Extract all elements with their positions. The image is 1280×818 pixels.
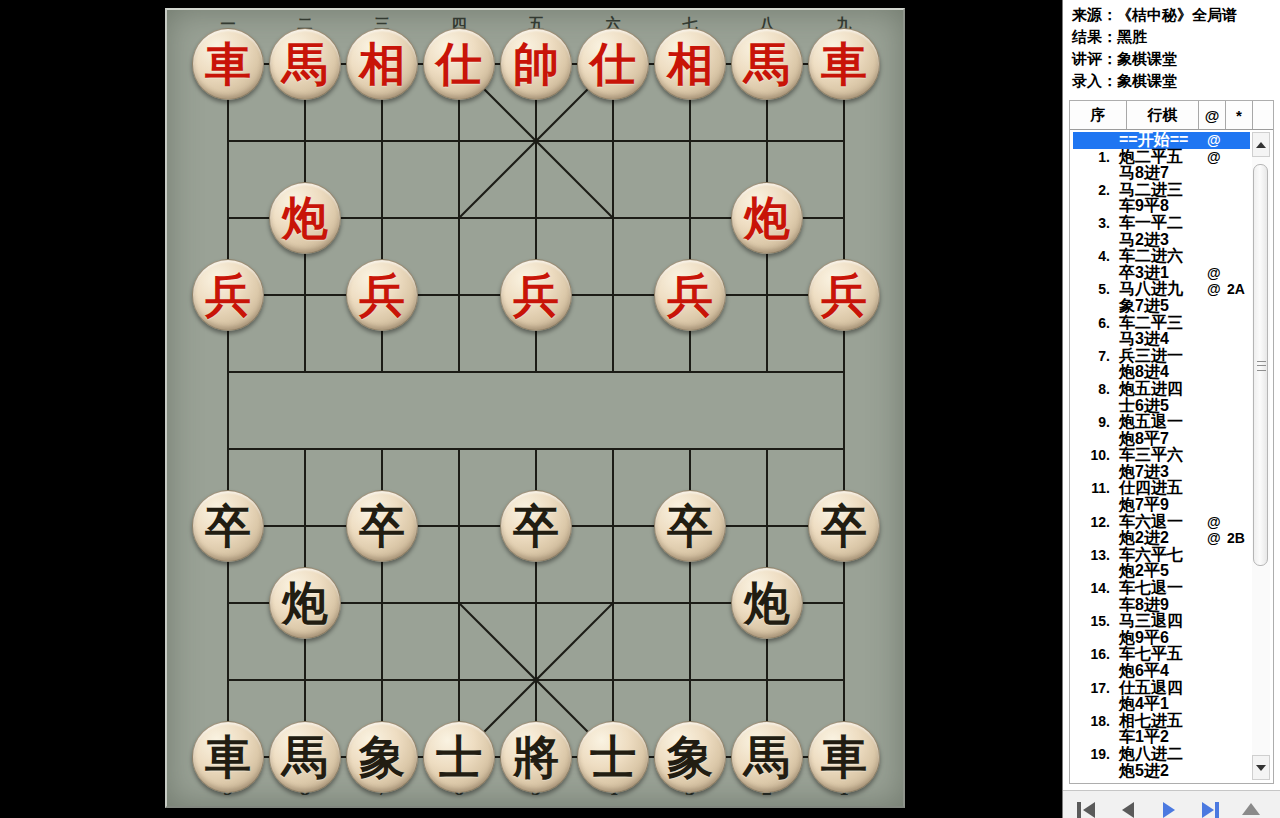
piece-red-相[interactable]: 相 <box>346 28 418 100</box>
move-number <box>1073 298 1119 315</box>
move-text: 炮2进2 <box>1119 530 1207 547</box>
move-variation-tag <box>1227 182 1250 199</box>
info-recorder: 录入：象棋课堂 <box>1072 70 1277 92</box>
move-variation-tag <box>1227 663 1250 680</box>
move-text: ==开始== <box>1119 132 1207 149</box>
piece-glyph: 炮 <box>744 580 790 626</box>
move-number: 12. <box>1073 514 1119 531</box>
piece-glyph: 象 <box>667 734 713 780</box>
move-variation-tag <box>1227 580 1250 597</box>
move-number: 16. <box>1073 646 1119 663</box>
move-row[interactable]: 10.车三平六 <box>1073 447 1250 464</box>
move-row[interactable]: 17.仕五退四 <box>1073 680 1250 697</box>
move-annotation-mark <box>1207 398 1227 415</box>
move-text: 车六退一 <box>1119 514 1207 531</box>
move-variation-tag <box>1227 729 1250 746</box>
move-annotation-mark <box>1207 364 1227 381</box>
move-number <box>1073 663 1119 680</box>
info-source: 来源：《桔中秘》全局谱 <box>1072 4 1277 26</box>
move-number: 15. <box>1073 613 1119 630</box>
move-annotation-mark <box>1207 563 1227 580</box>
piece-glyph: 炮 <box>282 195 328 241</box>
move-row[interactable]: 马2进3 <box>1073 232 1250 249</box>
nav-last-button[interactable] <box>1198 799 1222 818</box>
move-row[interactable]: 车9平8 <box>1073 198 1250 215</box>
piece-glyph: 炮 <box>744 195 790 241</box>
move-annotation-mark: @ <box>1207 265 1227 282</box>
move-row[interactable]: 炮7平9 <box>1073 497 1250 514</box>
move-text: 车七退一 <box>1119 580 1207 597</box>
move-row[interactable]: 炮7进3 <box>1073 464 1250 481</box>
move-row[interactable]: 18.相七进五 <box>1073 713 1250 730</box>
move-variation-tag <box>1227 464 1250 481</box>
move-variation-tag <box>1227 447 1250 464</box>
piece-glyph: 仕 <box>590 41 636 87</box>
move-variation-tag <box>1227 630 1250 647</box>
piece-red-兵[interactable]: 兵 <box>654 259 726 331</box>
move-variation-tag <box>1227 713 1250 730</box>
move-variation-tag <box>1227 763 1250 780</box>
move-annotation-mark <box>1207 198 1227 215</box>
move-annotation-mark <box>1207 348 1227 365</box>
move-annotation-mark <box>1207 497 1227 514</box>
piece-glyph: 車 <box>821 41 867 87</box>
move-number: 5. <box>1073 281 1119 298</box>
move-annotation-mark <box>1207 447 1227 464</box>
move-annotation-mark <box>1207 729 1227 746</box>
move-row[interactable]: 炮2平5 <box>1073 563 1250 580</box>
move-text: 炮8平7 <box>1119 431 1207 448</box>
move-number <box>1073 464 1119 481</box>
move-text: 马二进三 <box>1119 182 1207 199</box>
move-variation-tag <box>1227 480 1250 497</box>
move-row[interactable]: 马3进4 <box>1073 331 1250 348</box>
move-text: 象7进5 <box>1119 298 1207 315</box>
move-variation-tag <box>1227 563 1250 580</box>
scroll-down-button[interactable] <box>1252 755 1270 780</box>
move-annotation-mark <box>1207 597 1227 614</box>
piece-glyph: 帥 <box>513 41 559 87</box>
piece-black-將[interactable]: 將 <box>500 721 572 793</box>
move-row[interactable]: 5.马八进九@2A <box>1073 281 1250 298</box>
move-text: 炮6平4 <box>1119 663 1207 680</box>
move-row[interactable]: 15.马三退四 <box>1073 613 1250 630</box>
move-number <box>1073 265 1119 282</box>
move-list-header: 序 行棋 @ * <box>1070 101 1273 130</box>
piece-black-炮[interactable]: 炮 <box>731 567 803 639</box>
step-forward-icon <box>1157 799 1181 818</box>
piece-glyph: 車 <box>205 41 251 87</box>
move-row[interactable]: 4.车二进六 <box>1073 248 1250 265</box>
piece-black-象[interactable]: 象 <box>654 721 726 793</box>
move-number: 14. <box>1073 580 1119 597</box>
move-text: 仕五退四 <box>1119 680 1207 697</box>
piece-glyph: 馬 <box>744 41 790 87</box>
move-annotation-mark <box>1207 232 1227 249</box>
move-number: 11. <box>1073 480 1119 497</box>
move-row[interactable]: 19.炮八进二 <box>1073 746 1250 763</box>
piece-glyph: 將 <box>513 734 559 780</box>
move-variation-tag <box>1227 232 1250 249</box>
move-annotation-mark <box>1207 646 1227 663</box>
move-variation-tag <box>1227 497 1250 514</box>
piece-red-車[interactable]: 車 <box>192 28 264 100</box>
move-number <box>1073 563 1119 580</box>
piece-black-象[interactable]: 象 <box>346 721 418 793</box>
piece-black-馬[interactable]: 馬 <box>269 721 341 793</box>
piece-black-士[interactable]: 士 <box>423 721 495 793</box>
move-number <box>1073 530 1119 547</box>
move-number <box>1073 597 1119 614</box>
move-row[interactable]: 炮9平6 <box>1073 630 1250 647</box>
move-number <box>1073 696 1119 713</box>
game-info: 来源：《桔中秘》全局谱 结果：黑胜 讲评：象棋课堂 录入：象棋课堂 <box>1072 4 1277 92</box>
move-variation-tag <box>1227 646 1250 663</box>
move-variation-tag <box>1227 514 1250 531</box>
move-annotation-mark <box>1207 613 1227 630</box>
move-variation-tag <box>1227 613 1250 630</box>
move-number <box>1073 763 1119 780</box>
move-variation-tag <box>1227 364 1250 381</box>
move-text: 炮7进3 <box>1119 464 1207 481</box>
move-variation-tag <box>1227 680 1250 697</box>
move-number <box>1073 331 1119 348</box>
move-row[interactable]: 16.车七平五 <box>1073 646 1250 663</box>
move-annotation-mark <box>1207 663 1227 680</box>
piece-glyph: 兵 <box>667 272 713 318</box>
up-arrow-icon <box>1239 799 1263 818</box>
move-number <box>1073 398 1119 415</box>
piece-red-仕[interactable]: 仕 <box>423 28 495 100</box>
move-text: 车二进六 <box>1119 248 1207 265</box>
move-number: 19. <box>1073 746 1119 763</box>
move-list: ==开始==@1.炮二平五@马8进72.马二进三车9平83.车一平二马2进34.… <box>1073 132 1250 780</box>
move-row[interactable]: 2.马二进三 <box>1073 182 1250 199</box>
piece-glyph: 炮 <box>282 580 328 626</box>
playback-toolbar <box>1063 790 1280 818</box>
piece-red-馬[interactable]: 馬 <box>269 28 341 100</box>
move-number <box>1073 497 1119 514</box>
move-number: 8. <box>1073 381 1119 398</box>
move-variation-tag <box>1227 149 1250 166</box>
move-number <box>1073 132 1119 149</box>
move-row[interactable]: 3.车一平二 <box>1073 215 1250 232</box>
move-variation-tag <box>1227 547 1250 564</box>
move-variation-tag <box>1227 398 1250 415</box>
piece-glyph: 卒 <box>513 503 559 549</box>
move-text: 炮9平6 <box>1119 630 1207 647</box>
move-text: 车二平三 <box>1119 315 1207 332</box>
move-number <box>1073 431 1119 448</box>
move-text: 炮五退一 <box>1119 414 1207 431</box>
move-list-scrollbar[interactable] <box>1252 132 1270 780</box>
move-annotation-mark <box>1207 696 1227 713</box>
piece-glyph: 馬 <box>282 734 328 780</box>
move-text: 炮八进二 <box>1119 746 1207 763</box>
piece-red-兵[interactable]: 兵 <box>500 259 572 331</box>
skip-to-end-icon <box>1198 799 1222 818</box>
move-annotation-mark: @ <box>1207 149 1227 166</box>
piece-red-仕[interactable]: 仕 <box>577 28 649 100</box>
move-row[interactable]: 炮5进2 <box>1073 763 1250 780</box>
move-number <box>1073 630 1119 647</box>
move-row[interactable]: 7.兵三进一 <box>1073 348 1250 365</box>
piece-glyph: 兵 <box>359 272 405 318</box>
move-row[interactable]: 12.车六退一@ <box>1073 514 1250 531</box>
piece-red-兵[interactable]: 兵 <box>808 259 880 331</box>
move-annotation-mark <box>1207 547 1227 564</box>
move-row[interactable]: 车8进9 <box>1073 597 1250 614</box>
board-grid-lines <box>167 10 903 806</box>
move-annotation-mark <box>1207 580 1227 597</box>
move-variation-tag <box>1227 597 1250 614</box>
piece-glyph: 仕 <box>436 41 482 87</box>
move-row[interactable]: 炮8进4 <box>1073 364 1250 381</box>
header-col-spacer <box>1253 101 1273 129</box>
piece-black-卒[interactable]: 卒 <box>192 490 264 562</box>
move-annotation-mark <box>1207 464 1227 481</box>
move-annotation-mark <box>1207 182 1227 199</box>
move-annotation-mark <box>1207 630 1227 647</box>
move-number: 13. <box>1073 547 1119 564</box>
scroll-down-icon <box>1256 765 1266 771</box>
move-text: 卒3进1 <box>1119 265 1207 282</box>
piece-glyph: 象 <box>359 734 405 780</box>
move-annotation-mark <box>1207 680 1227 697</box>
move-row[interactable]: 炮8平7 <box>1073 431 1250 448</box>
move-annotation-mark <box>1207 414 1227 431</box>
move-annotation-mark <box>1207 746 1227 763</box>
piece-red-炮[interactable]: 炮 <box>269 182 341 254</box>
move-text: 炮7平9 <box>1119 497 1207 514</box>
move-annotation-mark <box>1207 248 1227 265</box>
move-row[interactable]: 炮2进2@2B <box>1073 530 1250 547</box>
move-variation-tag <box>1227 198 1250 215</box>
nav-prev-button[interactable] <box>1116 799 1140 818</box>
move-text: 马2进3 <box>1119 232 1207 249</box>
move-variation-tag <box>1227 248 1250 265</box>
move-number: 1. <box>1073 149 1119 166</box>
move-text: 车七平五 <box>1119 646 1207 663</box>
move-variation-tag: 2A <box>1227 281 1250 298</box>
skip-to-start-icon <box>1075 799 1099 818</box>
piece-glyph: 相 <box>359 41 405 87</box>
piece-glyph: 車 <box>205 734 251 780</box>
move-number <box>1073 729 1119 746</box>
move-variation-tag <box>1227 265 1250 282</box>
move-list-group: 序 行棋 @ * ==开始==@1.炮二平五@马8进72.马二进三车9平83.车… <box>1069 100 1274 784</box>
move-variation-tag <box>1227 165 1250 182</box>
move-number: 18. <box>1073 713 1119 730</box>
piece-red-兵[interactable]: 兵 <box>192 259 264 331</box>
piece-black-車[interactable]: 車 <box>192 721 264 793</box>
scroll-up-button[interactable] <box>1252 132 1270 157</box>
piece-glyph: 兵 <box>513 272 559 318</box>
piece-glyph: 車 <box>821 734 867 780</box>
piece-red-馬[interactable]: 馬 <box>731 28 803 100</box>
xiangqi-board: 一二三四五六七八九 987654321 車馬相仕帥仕相馬車炮炮兵兵兵兵兵卒卒卒卒… <box>165 8 905 808</box>
move-text: 马八进九 <box>1119 281 1207 298</box>
move-number <box>1073 364 1119 381</box>
move-row[interactable]: 象7进5 <box>1073 298 1250 315</box>
move-annotation-mark <box>1207 713 1227 730</box>
move-variation-tag <box>1227 381 1250 398</box>
move-text: 炮2平5 <box>1119 563 1207 580</box>
move-annotation-mark <box>1207 298 1227 315</box>
move-annotation-mark <box>1207 215 1227 232</box>
scrollbar-grip-icon <box>1257 361 1266 371</box>
piece-black-士[interactable]: 士 <box>577 721 649 793</box>
piece-black-炮[interactable]: 炮 <box>269 567 341 639</box>
move-annotation-mark <box>1207 763 1227 780</box>
move-row[interactable]: 14.车七退一 <box>1073 580 1250 597</box>
piece-glyph: 馬 <box>282 41 328 87</box>
move-number: 9. <box>1073 414 1119 431</box>
step-back-icon <box>1116 799 1140 818</box>
move-text: 马三退四 <box>1119 613 1207 630</box>
move-annotation-mark <box>1207 165 1227 182</box>
move-row[interactable]: 6.车二平三 <box>1073 315 1250 332</box>
nav-up-button[interactable] <box>1239 799 1263 818</box>
move-annotation-mark <box>1207 431 1227 448</box>
move-variation-tag <box>1227 746 1250 763</box>
piece-black-卒[interactable]: 卒 <box>500 490 572 562</box>
move-row[interactable]: 卒3进1@ <box>1073 265 1250 282</box>
move-number: 17. <box>1073 680 1119 697</box>
move-text: 士6进5 <box>1119 398 1207 415</box>
move-variation-tag <box>1227 315 1250 332</box>
move-text: 马3进4 <box>1119 331 1207 348</box>
move-row[interactable]: 1.炮二平五@ <box>1073 149 1250 166</box>
move-variation-tag <box>1227 414 1250 431</box>
move-row[interactable]: 9.炮五退一 <box>1073 414 1250 431</box>
move-text: 车1平2 <box>1119 729 1207 746</box>
move-annotation-mark: @ <box>1207 530 1227 547</box>
move-annotation-mark <box>1207 381 1227 398</box>
piece-red-兵[interactable]: 兵 <box>346 259 418 331</box>
move-variation-tag: 2B <box>1227 530 1250 547</box>
move-annotation-mark <box>1207 315 1227 332</box>
move-number <box>1073 165 1119 182</box>
move-row[interactable]: ==开始==@ <box>1073 132 1250 149</box>
move-row[interactable]: 13.车六平七 <box>1073 547 1250 564</box>
move-text: 车三平六 <box>1119 447 1207 464</box>
piece-black-馬[interactable]: 馬 <box>731 721 803 793</box>
piece-glyph: 卒 <box>205 503 251 549</box>
move-number: 7. <box>1073 348 1119 365</box>
piece-glyph: 卒 <box>359 503 405 549</box>
move-text: 车一平二 <box>1119 215 1207 232</box>
move-variation-tag <box>1227 696 1250 713</box>
info-commentary: 讲评：象棋课堂 <box>1072 48 1277 70</box>
game-record-panel: 来源：《桔中秘》全局谱 结果：黑胜 讲评：象棋课堂 录入：象棋课堂 序 行棋 @… <box>1062 0 1280 818</box>
move-number: 2. <box>1073 182 1119 199</box>
piece-glyph: 卒 <box>667 503 713 549</box>
piece-glyph: 馬 <box>744 734 790 780</box>
move-row[interactable]: 8.炮五进四 <box>1073 381 1250 398</box>
piece-glyph: 兵 <box>821 272 867 318</box>
piece-glyph: 士 <box>590 734 636 780</box>
header-col-star[interactable]: * <box>1226 101 1253 129</box>
move-annotation-mark <box>1207 480 1227 497</box>
piece-glyph: 士 <box>436 734 482 780</box>
piece-red-帥[interactable]: 帥 <box>500 28 572 100</box>
move-text: 仕四进五 <box>1119 480 1207 497</box>
move-number: 10. <box>1073 447 1119 464</box>
header-col-at[interactable]: @ <box>1199 101 1226 129</box>
move-row[interactable]: 马8进7 <box>1073 165 1250 182</box>
move-number: 6. <box>1073 315 1119 332</box>
move-annotation-mark: @ <box>1207 132 1227 149</box>
move-text: 车六平七 <box>1119 547 1207 564</box>
move-text: 兵三进一 <box>1119 348 1207 365</box>
piece-glyph: 兵 <box>205 272 251 318</box>
move-text: 炮5进2 <box>1119 763 1207 780</box>
move-variation-tag <box>1227 431 1250 448</box>
move-text: 炮4平1 <box>1119 696 1207 713</box>
move-annotation-mark: @ <box>1207 514 1227 531</box>
piece-red-炮[interactable]: 炮 <box>731 182 803 254</box>
move-text: 车8进9 <box>1119 597 1207 614</box>
move-row[interactable]: 车1平2 <box>1073 729 1250 746</box>
move-number: 3. <box>1073 215 1119 232</box>
nav-next-button[interactable] <box>1157 799 1181 818</box>
move-number <box>1073 198 1119 215</box>
nav-first-button[interactable] <box>1075 799 1099 818</box>
piece-red-車[interactable]: 車 <box>808 28 880 100</box>
piece-black-卒[interactable]: 卒 <box>808 490 880 562</box>
move-text: 马8进7 <box>1119 165 1207 182</box>
move-row[interactable]: 炮6平4 <box>1073 663 1250 680</box>
piece-black-卒[interactable]: 卒 <box>654 490 726 562</box>
move-text: 炮8进4 <box>1119 364 1207 381</box>
move-variation-tag <box>1227 348 1250 365</box>
move-row[interactable]: 炮4平1 <box>1073 696 1250 713</box>
header-col-move[interactable]: 行棋 <box>1127 101 1199 129</box>
move-number: 4. <box>1073 248 1119 265</box>
piece-red-相[interactable]: 相 <box>654 28 726 100</box>
move-annotation-mark: @ <box>1207 281 1227 298</box>
move-text: 炮二平五 <box>1119 149 1207 166</box>
scrollbar-thumb[interactable] <box>1253 164 1268 566</box>
piece-glyph: 相 <box>667 41 713 87</box>
header-col-index[interactable]: 序 <box>1070 101 1127 129</box>
move-text: 车9平8 <box>1119 198 1207 215</box>
move-variation-tag <box>1227 331 1250 348</box>
piece-glyph: 卒 <box>821 503 867 549</box>
move-variation-tag <box>1227 298 1250 315</box>
move-number <box>1073 232 1119 249</box>
move-text: 炮五进四 <box>1119 381 1207 398</box>
piece-black-卒[interactable]: 卒 <box>346 490 418 562</box>
piece-black-車[interactable]: 車 <box>808 721 880 793</box>
info-result: 结果：黑胜 <box>1072 26 1277 48</box>
move-row[interactable]: 士6进5 <box>1073 398 1250 415</box>
scroll-up-icon <box>1256 142 1266 148</box>
move-annotation-mark <box>1207 331 1227 348</box>
move-variation-tag <box>1227 215 1250 232</box>
move-row[interactable]: 11.仕四进五 <box>1073 480 1250 497</box>
move-text: 相七进五 <box>1119 713 1207 730</box>
move-variation-tag <box>1227 132 1250 149</box>
